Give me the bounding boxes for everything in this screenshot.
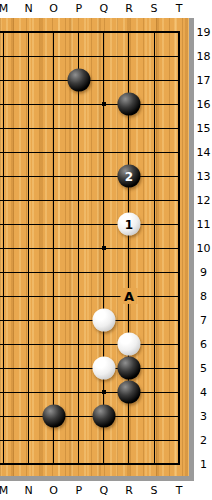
row-label-9: 9 [200,266,207,279]
row-label-8: 8 [200,290,207,303]
intersection-P14[interactable] [66,140,91,164]
intersection-N6[interactable] [16,332,41,356]
intersection-Q1[interactable] [91,452,116,476]
row-label-15: 15 [197,122,211,135]
intersection-N7[interactable] [16,308,41,332]
intersection-Q11[interactable] [91,212,116,236]
intersection-N2[interactable] [16,428,41,452]
intersection-P15[interactable] [66,116,91,140]
row-label-6: 6 [200,338,207,351]
row-label-5: 5 [200,362,207,375]
intersection-T7[interactable] [167,308,189,332]
row-label-19: 19 [197,26,211,39]
intersection-P1[interactable] [66,452,91,476]
intersection-O16[interactable] [41,92,66,116]
intersection-S13[interactable] [141,164,166,188]
black-stone-R4 [117,381,140,404]
intersection-O7[interactable] [41,308,66,332]
column-label-bottom-S: S [151,484,158,497]
intersection-O8[interactable] [41,284,66,308]
row-label-4: 4 [200,386,207,399]
intersection-R18[interactable] [116,44,141,68]
row-label-16: 16 [197,98,211,111]
intersection-N9[interactable] [16,260,41,284]
intersection-R6[interactable] [116,332,141,356]
column-label-top-R: R [125,2,133,15]
column-label-top-S: S [151,2,158,15]
intersection-R5[interactable] [116,356,141,380]
intersection-M1[interactable] [0,452,16,476]
intersection-S2[interactable] [141,428,166,452]
white-stone-Q7 [92,309,115,332]
black-stone-R5 [117,357,140,380]
intersection-T6[interactable] [167,332,189,356]
intersection-Q16[interactable] [91,92,116,116]
intersection-T2[interactable] [167,428,189,452]
column-label-bottom-T: T [176,484,183,497]
row-label-2: 2 [200,434,207,447]
intersection-O9[interactable] [41,260,66,284]
intersection-R1[interactable] [116,452,141,476]
intersection-T18[interactable] [167,44,189,68]
intersection-Q4[interactable] [91,380,116,404]
intersection-Q3[interactable] [91,404,116,428]
intersection-Q14[interactable] [91,140,116,164]
white-stone-R11: 1 [117,213,140,236]
intersection-Q10[interactable] [91,236,116,260]
board-shadow-right [189,18,194,481]
intersection-P11[interactable] [66,212,91,236]
intersection-R9[interactable] [116,260,141,284]
intersection-N4[interactable] [16,380,41,404]
intersection-R12[interactable] [116,188,141,212]
intersection-S15[interactable] [141,116,166,140]
go-board-diagram: MNOPQRST 21A 191817161514131211109876543… [0,0,212,500]
intersection-P13[interactable] [66,164,91,188]
intersection-S19[interactable] [141,20,166,44]
intersection-N19[interactable] [16,20,41,44]
intersection-P9[interactable] [66,260,91,284]
intersection-P16[interactable] [66,92,91,116]
intersection-R15[interactable] [116,116,141,140]
column-label-bottom-N: N [24,484,32,497]
column-label-top-Q: Q [100,2,109,15]
black-stone-P17 [67,69,90,92]
intersection-T19[interactable] [167,20,189,44]
intersection-N17[interactable] [16,68,41,92]
intersection-P12[interactable] [66,188,91,212]
intersection-M8[interactable] [0,284,16,308]
intersection-R14[interactable] [116,140,141,164]
intersection-S11[interactable] [141,212,166,236]
intersection-S14[interactable] [141,140,166,164]
column-label-top-T: T [176,2,183,15]
intersection-R4[interactable] [116,380,141,404]
intersection-M17[interactable] [0,68,16,92]
intersection-N5[interactable] [16,356,41,380]
row-label-11: 11 [197,218,211,231]
star-point-Q10 [102,246,106,250]
intersection-T1[interactable] [167,452,189,476]
row-label-1: 1 [200,458,207,471]
intersection-Q9[interactable] [91,260,116,284]
row-label-13: 13 [197,170,211,183]
intersection-M14[interactable] [0,140,16,164]
column-label-top-M: M [0,2,8,15]
row-label-7: 7 [200,314,207,327]
intersection-M3[interactable] [0,404,16,428]
column-labels-bottom: MNOPQRST [0,484,212,498]
intersection-M10[interactable] [0,236,16,260]
intersection-T14[interactable] [167,140,189,164]
move-number-2: 2 [125,170,133,182]
intersection-O12[interactable] [41,188,66,212]
intersection-N10[interactable] [16,236,41,260]
intersection-Q7[interactable] [91,308,116,332]
intersection-Q17[interactable] [91,68,116,92]
intersection-O15[interactable] [41,116,66,140]
intersection-N12[interactable] [16,188,41,212]
intersection-T17[interactable] [167,68,189,92]
black-stone-R13: 2 [117,165,140,188]
intersection-T3[interactable] [167,404,189,428]
intersection-O4[interactable] [41,380,66,404]
black-stone-O3 [42,405,65,428]
row-label-14: 14 [197,146,211,159]
row-label-3: 3 [200,410,207,423]
intersection-M11[interactable] [0,212,16,236]
intersection-S12[interactable] [141,188,166,212]
intersection-O18[interactable] [41,44,66,68]
intersection-P19[interactable] [66,20,91,44]
intersection-S10[interactable] [141,236,166,260]
intersection-P8[interactable] [66,284,91,308]
intersection-N13[interactable] [16,164,41,188]
intersection-N16[interactable] [16,92,41,116]
intersection-O14[interactable] [41,140,66,164]
intersection-R3[interactable] [116,404,141,428]
row-label-12: 12 [197,194,211,207]
intersection-Q13[interactable] [91,164,116,188]
intersection-O2[interactable] [41,428,66,452]
intersection-T8[interactable] [167,284,189,308]
column-label-bottom-M: M [0,484,8,497]
row-label-10: 10 [197,242,211,255]
intersection-M15[interactable] [0,116,16,140]
column-label-bottom-R: R [125,484,133,497]
intersection-S6[interactable] [141,332,166,356]
intersection-S16[interactable] [141,92,166,116]
intersection-R11[interactable]: 1 [116,212,141,236]
intersection-Q6[interactable] [91,332,116,356]
intersection-S8[interactable] [141,284,166,308]
intersection-T12[interactable] [167,188,189,212]
intersection-O10[interactable] [41,236,66,260]
intersection-M18[interactable] [0,44,16,68]
intersection-S1[interactable] [141,452,166,476]
intersection-O5[interactable] [41,356,66,380]
intersection-Q19[interactable] [91,20,116,44]
move-number-1: 1 [125,218,133,230]
intersection-R16[interactable] [116,92,141,116]
column-label-bottom-Q: Q [100,484,109,497]
intersection-R19[interactable] [116,20,141,44]
intersection-R7[interactable] [116,308,141,332]
column-label-bottom-O: O [49,484,58,497]
column-labels-top: MNOPQRST [0,2,212,16]
intersection-R13[interactable]: 2 [116,164,141,188]
intersection-N11[interactable] [16,212,41,236]
column-label-top-O: O [49,2,58,15]
go-board: 21A [0,18,189,476]
intersection-T11[interactable] [167,212,189,236]
intersection-O1[interactable] [41,452,66,476]
white-stone-Q5 [92,357,115,380]
intersection-M2[interactable] [0,428,16,452]
intersection-O13[interactable] [41,164,66,188]
row-label-18: 18 [197,50,211,63]
intersection-T4[interactable] [167,380,189,404]
point-label-A: A [120,288,137,304]
intersection-S5[interactable] [141,356,166,380]
intersection-N8[interactable] [16,284,41,308]
column-label-bottom-P: P [75,484,82,497]
intersection-S3[interactable] [141,404,166,428]
intersection-M16[interactable] [0,92,16,116]
intersection-O17[interactable] [41,68,66,92]
intersection-O11[interactable] [41,212,66,236]
white-stone-R6 [117,333,140,356]
intersection-Q5[interactable] [91,356,116,380]
intersection-P10[interactable] [66,236,91,260]
intersection-R8[interactable]: A [116,284,141,308]
intersection-P7[interactable] [66,308,91,332]
intersection-O3[interactable] [41,404,66,428]
star-point-Q4 [102,390,106,394]
board-grid: 21A [0,20,189,476]
intersection-Q18[interactable] [91,44,116,68]
intersection-M19[interactable] [0,20,16,44]
intersection-Q2[interactable] [91,428,116,452]
intersection-M9[interactable] [0,260,16,284]
star-point-Q16 [102,102,106,106]
intersection-S17[interactable] [141,68,166,92]
column-label-top-N: N [24,2,32,15]
intersection-T9[interactable] [167,260,189,284]
intersection-T16[interactable] [167,92,189,116]
intersection-N3[interactable] [16,404,41,428]
intersection-P6[interactable] [66,332,91,356]
intersection-N18[interactable] [16,44,41,68]
intersection-R10[interactable] [116,236,141,260]
intersection-Q15[interactable] [91,116,116,140]
intersection-T10[interactable] [167,236,189,260]
intersection-T13[interactable] [167,164,189,188]
intersection-M7[interactable] [0,308,16,332]
intersection-Q12[interactable] [91,188,116,212]
intersection-M6[interactable] [0,332,16,356]
intersection-M5[interactable] [0,356,16,380]
intersection-N1[interactable] [16,452,41,476]
intersection-P4[interactable] [66,380,91,404]
intersection-T15[interactable] [167,116,189,140]
intersection-M13[interactable] [0,164,16,188]
intersection-P5[interactable] [66,356,91,380]
intersection-S9[interactable] [141,260,166,284]
intersection-S7[interactable] [141,308,166,332]
intersection-S18[interactable] [141,44,166,68]
intersection-N15[interactable] [16,116,41,140]
column-label-top-P: P [75,2,82,15]
board-shadow-bottom [0,476,194,481]
intersection-P18[interactable] [66,44,91,68]
intersection-Q8[interactable] [91,284,116,308]
intersection-P3[interactable] [66,404,91,428]
intersection-O19[interactable] [41,20,66,44]
intersection-P17[interactable] [66,68,91,92]
intersection-S4[interactable] [141,380,166,404]
intersection-O6[interactable] [41,332,66,356]
intersection-P2[interactable] [66,428,91,452]
intersection-M12[interactable] [0,188,16,212]
black-stone-R16 [117,93,140,116]
black-stone-Q3 [92,405,115,428]
intersection-N14[interactable] [16,140,41,164]
row-label-17: 17 [197,74,211,87]
intersection-T5[interactable] [167,356,189,380]
intersection-M4[interactable] [0,380,16,404]
intersection-R2[interactable] [116,428,141,452]
intersection-R17[interactable] [116,68,141,92]
